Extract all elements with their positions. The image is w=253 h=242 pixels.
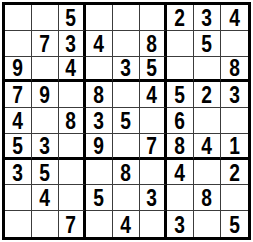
cell-r9c1[interactable]	[5, 211, 32, 237]
cell-r8c9[interactable]	[221, 185, 248, 211]
cell-r2c3[interactable]: 3	[59, 31, 86, 57]
cell-r5c7[interactable]: 6	[167, 108, 194, 134]
cell-r3c5[interactable]: 3	[113, 57, 140, 83]
given-digit: 5	[121, 108, 132, 133]
cell-r4c1[interactable]: 7	[5, 82, 32, 108]
cell-r1c6[interactable]	[140, 5, 167, 31]
cell-r3c7[interactable]	[167, 57, 194, 83]
cell-r6c9[interactable]: 1	[221, 134, 248, 160]
given-digit: 3	[13, 160, 24, 185]
cell-r2c7[interactable]	[167, 31, 194, 57]
cell-r2c2[interactable]: 7	[32, 31, 59, 57]
given-digit: 8	[147, 31, 158, 56]
given-digit: 3	[94, 108, 105, 133]
cell-r3c8[interactable]	[194, 57, 221, 83]
given-digit: 5	[94, 185, 105, 210]
given-digit: 8	[66, 108, 77, 133]
given-digit: 7	[147, 134, 158, 158]
cell-r3c3[interactable]: 4	[59, 57, 86, 83]
cell-r9c3[interactable]: 7	[59, 211, 86, 237]
given-digit: 5	[202, 31, 213, 56]
given-digit: 4	[66, 57, 77, 81]
cell-r7c6[interactable]	[140, 160, 167, 186]
cell-r4c4[interactable]: 8	[86, 82, 113, 108]
given-digit: 5	[66, 5, 77, 30]
given-digit: 4	[94, 31, 105, 56]
cell-r9c4[interactable]	[86, 211, 113, 237]
given-digit: 5	[147, 57, 158, 81]
given-digit: 4	[202, 134, 213, 158]
cell-r8c5[interactable]	[113, 185, 140, 211]
given-digit: 2	[175, 5, 186, 30]
cell-r5c3[interactable]: 8	[59, 108, 86, 134]
cell-r1c9[interactable]: 4	[221, 5, 248, 31]
cell-r4c5[interactable]	[113, 82, 140, 108]
cell-r9c2[interactable]	[32, 211, 59, 237]
given-digit: 5	[13, 134, 24, 158]
cell-r5c4[interactable]: 3	[86, 108, 113, 134]
cell-r3c2[interactable]	[32, 57, 59, 83]
given-digit: 3	[147, 185, 158, 210]
cell-r3c9[interactable]: 8	[221, 57, 248, 83]
cell-r6c8[interactable]: 4	[194, 134, 221, 160]
given-digit: 3	[229, 82, 240, 107]
cell-r8c6[interactable]: 3	[140, 185, 167, 211]
given-digit: 6	[175, 108, 186, 133]
given-digit: 7	[66, 212, 77, 237]
cell-r7c8[interactable]	[194, 160, 221, 186]
cell-r5c2[interactable]	[32, 108, 59, 134]
cell-r3c4[interactable]	[86, 57, 113, 83]
cell-r1c2[interactable]	[32, 5, 59, 31]
given-digit: 3	[40, 134, 51, 158]
cell-r6c4[interactable]: 9	[86, 134, 113, 160]
cell-r3c6[interactable]: 5	[140, 57, 167, 83]
given-digit: 3	[202, 5, 213, 30]
cell-r2c8[interactable]: 5	[194, 31, 221, 57]
cell-r6c1[interactable]: 5	[5, 134, 32, 160]
cell-r8c8[interactable]: 8	[194, 185, 221, 211]
cell-r2c9[interactable]	[221, 31, 248, 57]
cell-r7c3[interactable]	[59, 160, 86, 186]
given-digit: 5	[175, 82, 186, 107]
given-digit: 3	[121, 57, 132, 81]
cell-r5c6[interactable]	[140, 108, 167, 134]
given-digit: 8	[175, 134, 186, 158]
cell-r1c3[interactable]: 5	[59, 5, 86, 31]
given-digit: 2	[202, 82, 213, 107]
given-digit: 4	[147, 82, 158, 107]
cell-r1c4[interactable]	[86, 5, 113, 31]
given-digit: 2	[229, 160, 240, 185]
given-digit: 4	[175, 160, 186, 185]
cell-r7c7[interactable]: 4	[167, 160, 194, 186]
cell-r7c9[interactable]: 2	[221, 160, 248, 186]
cell-r1c8[interactable]: 3	[194, 5, 221, 31]
cell-r1c7[interactable]: 2	[167, 5, 194, 31]
cell-r4c2[interactable]: 9	[32, 82, 59, 108]
cell-r6c6[interactable]: 7	[140, 134, 167, 160]
cell-r2c1[interactable]	[5, 31, 32, 57]
cell-r2c4[interactable]: 4	[86, 31, 113, 57]
cell-r4c9[interactable]: 3	[221, 82, 248, 108]
given-digit: 1	[229, 134, 240, 158]
given-digit: 3	[175, 212, 186, 237]
cell-r5c8[interactable]	[194, 108, 221, 134]
given-digit: 7	[40, 31, 51, 56]
cell-r5c1[interactable]: 4	[5, 108, 32, 134]
given-digit: 5	[40, 160, 51, 185]
given-digit: 8	[229, 57, 240, 81]
cell-r9c7[interactable]: 3	[167, 211, 194, 237]
given-digit: 9	[94, 134, 105, 158]
cell-r4c6[interactable]: 4	[140, 82, 167, 108]
cell-r7c5[interactable]: 8	[113, 160, 140, 186]
cell-r8c2[interactable]: 4	[32, 185, 59, 211]
cell-r9c9[interactable]: 5	[221, 211, 248, 237]
cell-r8c4[interactable]: 5	[86, 185, 113, 211]
cell-r2c6[interactable]: 8	[140, 31, 167, 57]
cell-r7c2[interactable]: 5	[32, 160, 59, 186]
given-digit: 9	[13, 57, 24, 81]
given-digit: 4	[40, 185, 51, 210]
cell-r6c5[interactable]	[113, 134, 140, 160]
given-digit: 8	[202, 185, 213, 210]
given-digit: 3	[66, 31, 77, 56]
cell-r9c8[interactable]	[194, 211, 221, 237]
cell-r1c1[interactable]	[5, 5, 32, 31]
given-digit: 8	[121, 160, 132, 185]
given-digit: 7	[13, 82, 24, 107]
given-digit: 4	[121, 212, 132, 237]
cell-r5c9[interactable]	[221, 108, 248, 134]
cell-r9c5[interactable]: 4	[113, 211, 140, 237]
cell-r7c1[interactable]: 3	[5, 160, 32, 186]
cell-r7c4[interactable]	[86, 160, 113, 186]
sudoku-board: 5234734859435879845234835653978413584245…	[2, 2, 251, 240]
cell-r1c5[interactable]	[113, 5, 140, 31]
cell-r9c6[interactable]	[140, 211, 167, 237]
cell-r6c2[interactable]: 3	[32, 134, 59, 160]
given-digit: 9	[40, 82, 51, 107]
cell-r8c7[interactable]	[167, 185, 194, 211]
cell-r4c7[interactable]: 5	[167, 82, 194, 108]
given-digit: 5	[229, 212, 240, 237]
cell-r5c5[interactable]: 5	[113, 108, 140, 134]
cell-r8c1[interactable]	[5, 185, 32, 211]
given-digit: 4	[13, 108, 24, 133]
given-digit: 4	[229, 5, 240, 30]
cell-r3c1[interactable]: 9	[5, 57, 32, 83]
cell-r6c3[interactable]	[59, 134, 86, 160]
given-digit: 8	[94, 82, 105, 107]
cell-r8c3[interactable]	[59, 185, 86, 211]
cell-r4c3[interactable]	[59, 82, 86, 108]
cell-r6c7[interactable]: 8	[167, 134, 194, 160]
cell-r2c5[interactable]	[113, 31, 140, 57]
cell-r4c8[interactable]: 2	[194, 82, 221, 108]
